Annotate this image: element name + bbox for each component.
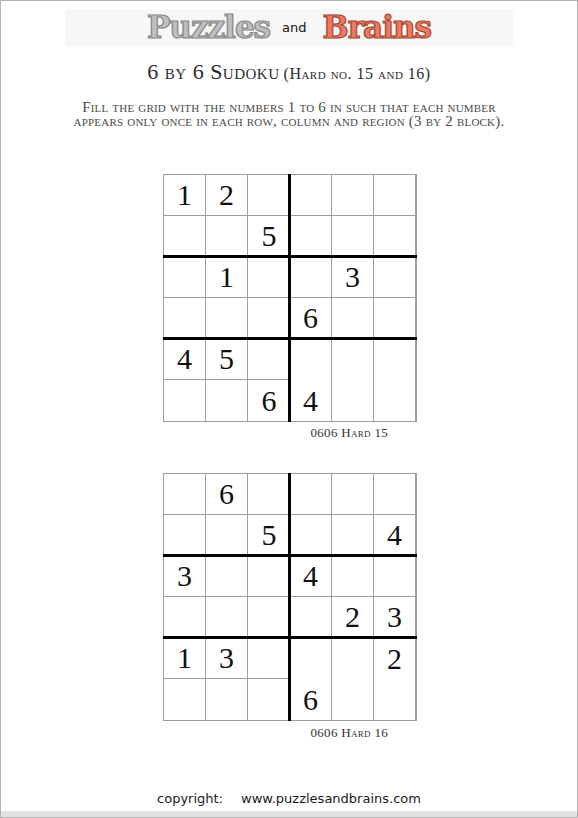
board2-cell-r4c6: 3 (374, 597, 416, 638)
board2-cell-r4c3 (248, 597, 290, 638)
board1-region-divider-horizontal-2 (163, 337, 417, 340)
board1-cell-r6c1 (164, 380, 206, 421)
board2-cell-r4c1 (164, 597, 206, 638)
board2-cell-r2c3: 5 (248, 515, 290, 556)
board1-cell-r1c3 (248, 175, 290, 216)
puzzle-label-hard-15: 0606 Hard 15 (163, 425, 415, 441)
board2-cell-r1c5 (332, 474, 374, 515)
board1-cell-r6c4: 4 (290, 380, 332, 421)
board1-cell-r5c4 (290, 339, 332, 380)
logo-brains: Brains (323, 12, 431, 43)
footer-bar (1, 811, 577, 817)
board2-cell-r6c5 (332, 679, 374, 720)
board2-region-divider-vertical (288, 473, 291, 721)
board2-cell-r6c1 (164, 679, 206, 720)
board1-cell-r2c2 (206, 216, 248, 257)
board1-cell-r6c6 (374, 380, 416, 421)
copyright-label: copyright: (157, 791, 223, 806)
board2-cell-r2c1 (164, 515, 206, 556)
board1-cell-r3c2: 1 (206, 257, 248, 298)
board1-cell-r1c6 (374, 175, 416, 216)
logo-and: and (282, 20, 306, 35)
board1-cell-r6c5 (332, 380, 374, 421)
board2-cell-r3c6 (374, 556, 416, 597)
board2-cell-r1c4 (290, 474, 332, 515)
copyright-line: copyright:www.puzzlesandbrains.com (1, 791, 577, 806)
puzzle-label-hard-16: 0606 Hard 16 (163, 725, 415, 741)
board1-cell-r3c5: 3 (332, 257, 374, 298)
board2-region-divider-horizontal-1 (163, 554, 417, 557)
board2-cell-r3c3 (248, 556, 290, 597)
board2-cell-r1c3 (248, 474, 290, 515)
board2-cell-r3c5 (332, 556, 374, 597)
board1-region-divider-vertical (288, 174, 291, 422)
board1-cell-r4c5 (332, 298, 374, 339)
board2-cell-r2c6: 4 (374, 515, 416, 556)
board2-cell-r4c2 (206, 597, 248, 638)
board1-cell-r5c6 (374, 339, 416, 380)
board1-cell-r1c2: 2 (206, 175, 248, 216)
board1-cell-r1c4 (290, 175, 332, 216)
board1-cell-r5c3 (248, 339, 290, 380)
board2-cell-r6c2 (206, 679, 248, 720)
board1-cell-r3c4 (290, 257, 332, 298)
board2-cell-r4c5: 2 (332, 597, 374, 638)
board2-cell-r4c4 (290, 597, 332, 638)
copyright-url: www.puzzlesandbrains.com (241, 791, 421, 806)
board1-cell-r4c3 (248, 298, 290, 339)
board1-cell-r6c3: 6 (248, 380, 290, 421)
board2-cell-r2c5 (332, 515, 374, 556)
board2-cell-r1c2: 6 (206, 474, 248, 515)
instructions-line1: Fill the grid with the numbers 1 to 6 in… (1, 100, 577, 114)
board1-cell-r5c2: 5 (206, 339, 248, 380)
board2-cell-r5c3 (248, 638, 290, 679)
board2-cell-r3c4: 4 (290, 556, 332, 597)
board1-cell-r2c3: 5 (248, 216, 290, 257)
instructions: Fill the grid with the numbers 1 to 6 in… (1, 100, 577, 128)
board1-cell-r2c6 (374, 216, 416, 257)
board1-cell-r2c4 (290, 216, 332, 257)
board2-cell-r2c2 (206, 515, 248, 556)
board1-cell-r4c4: 6 (290, 298, 332, 339)
board1-cell-r4c2 (206, 298, 248, 339)
board2-region-divider-horizontal-2 (163, 636, 417, 639)
header-bar: Puzzles and Brains (65, 9, 513, 46)
page-title-sub: (Hard no. 15 and 16) (284, 65, 431, 82)
page: Puzzles and Brains 6 by 6 Sudoku (Hard n… (0, 0, 578, 818)
board1-cell-r5c1: 4 (164, 339, 206, 380)
sudoku-board-hard-15: 1251364564 (163, 174, 417, 422)
board2-cell-r6c3 (248, 679, 290, 720)
board2-cell-r6c6 (374, 679, 416, 720)
board2-cell-r5c1: 1 (164, 638, 206, 679)
board2-cell-r1c1 (164, 474, 206, 515)
board1-cell-r1c5 (332, 175, 374, 216)
page-title-main: 6 by 6 Sudoku (147, 59, 279, 84)
board1-cell-r3c6 (374, 257, 416, 298)
board1-cell-r3c3 (248, 257, 290, 298)
board1-region-divider-horizontal-1 (163, 255, 417, 258)
board2-cell-r5c6: 2 (374, 638, 416, 679)
board2-cell-r2c4 (290, 515, 332, 556)
board2-cell-r5c5 (332, 638, 374, 679)
board1-cell-r4c6 (374, 298, 416, 339)
logo-puzzles: Puzzles (147, 12, 270, 43)
board2-cell-r5c4 (290, 638, 332, 679)
board1-cell-r2c1 (164, 216, 206, 257)
board1-cell-r5c5 (332, 339, 374, 380)
board2-cell-r6c4: 6 (290, 679, 332, 720)
board1-cell-r3c1 (164, 257, 206, 298)
board2-cell-r1c6 (374, 474, 416, 515)
board2-cell-r3c1: 3 (164, 556, 206, 597)
board1-cell-r1c1: 1 (164, 175, 206, 216)
page-title: 6 by 6 Sudoku (Hard no. 15 and 16) (1, 59, 577, 85)
board1-cell-r6c2 (206, 380, 248, 421)
instructions-line2: appears only once in each row, column an… (1, 114, 577, 128)
board2-cell-r3c2 (206, 556, 248, 597)
sudoku-board-hard-16: 65434231326 (163, 473, 417, 721)
board1-cell-r2c5 (332, 216, 374, 257)
board1-cell-r4c1 (164, 298, 206, 339)
board2-cell-r5c2: 3 (206, 638, 248, 679)
